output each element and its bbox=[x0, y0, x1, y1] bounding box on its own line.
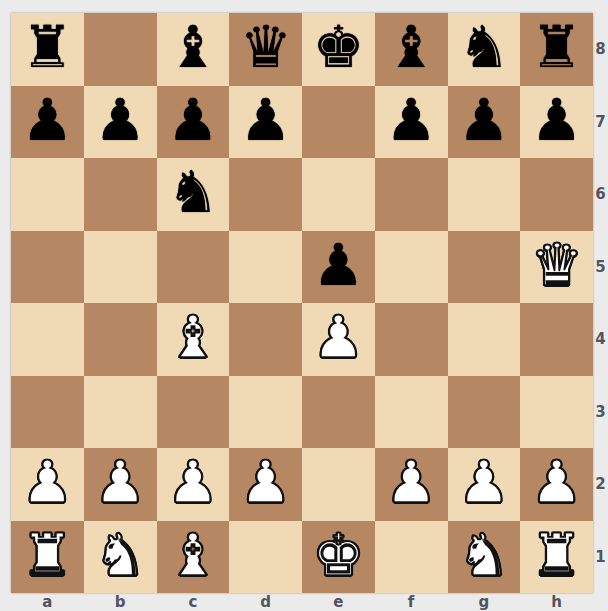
square-g7[interactable]: ♟ bbox=[448, 86, 521, 159]
piece-black-bishop[interactable]: ♝ bbox=[167, 18, 219, 76]
square-h1[interactable]: ♜ bbox=[520, 521, 593, 594]
square-h8[interactable]: ♜ bbox=[520, 13, 593, 86]
rank-label-3: 3 bbox=[593, 376, 608, 449]
square-b8[interactable] bbox=[84, 13, 157, 86]
piece-black-rook[interactable]: ♜ bbox=[531, 18, 583, 76]
square-a5[interactable] bbox=[11, 231, 84, 304]
square-g4[interactable] bbox=[448, 303, 521, 376]
square-c8[interactable]: ♝ bbox=[157, 13, 230, 86]
square-f4[interactable] bbox=[375, 303, 448, 376]
square-h7[interactable]: ♟ bbox=[520, 86, 593, 159]
piece-white-queen[interactable]: ♛ bbox=[531, 236, 583, 294]
square-c6[interactable]: ♞ bbox=[157, 158, 230, 231]
square-e3[interactable] bbox=[302, 376, 375, 449]
piece-white-pawn[interactable]: ♟ bbox=[240, 453, 292, 511]
square-c7[interactable]: ♟ bbox=[157, 86, 230, 159]
square-d3[interactable] bbox=[229, 376, 302, 449]
piece-black-pawn[interactable]: ♟ bbox=[531, 91, 583, 149]
rank-label-8: 8 bbox=[593, 13, 608, 86]
square-f5[interactable] bbox=[375, 231, 448, 304]
piece-white-rook[interactable]: ♜ bbox=[531, 526, 583, 584]
piece-black-pawn[interactable]: ♟ bbox=[385, 91, 437, 149]
square-d2[interactable]: ♟ bbox=[229, 448, 302, 521]
square-c5[interactable] bbox=[157, 231, 230, 304]
square-e5[interactable]: ♟ bbox=[302, 231, 375, 304]
square-g8[interactable]: ♞ bbox=[448, 13, 521, 86]
square-a6[interactable] bbox=[11, 158, 84, 231]
square-g3[interactable] bbox=[448, 376, 521, 449]
piece-black-pawn[interactable]: ♟ bbox=[240, 91, 292, 149]
square-b2[interactable]: ♟ bbox=[84, 448, 157, 521]
piece-white-pawn[interactable]: ♟ bbox=[385, 453, 437, 511]
square-d1[interactable] bbox=[229, 521, 302, 594]
square-a2[interactable]: ♟ bbox=[11, 448, 84, 521]
square-e6[interactable] bbox=[302, 158, 375, 231]
rank-label-4: 4 bbox=[593, 303, 608, 376]
piece-white-pawn[interactable]: ♟ bbox=[167, 453, 219, 511]
square-b1[interactable]: ♞ bbox=[84, 521, 157, 594]
square-c4[interactable]: ♝ bbox=[157, 303, 230, 376]
square-e4[interactable]: ♟ bbox=[302, 303, 375, 376]
square-d8[interactable]: ♛ bbox=[229, 13, 302, 86]
square-e1[interactable]: ♚ bbox=[302, 521, 375, 594]
rank-labels: 87654321 bbox=[593, 13, 608, 593]
piece-black-bishop[interactable]: ♝ bbox=[385, 18, 437, 76]
square-f8[interactable]: ♝ bbox=[375, 13, 448, 86]
file-label-c: c bbox=[157, 593, 230, 611]
square-a8[interactable]: ♜ bbox=[11, 13, 84, 86]
file-label-f: f bbox=[375, 593, 448, 611]
square-g1[interactable]: ♞ bbox=[448, 521, 521, 594]
piece-black-queen[interactable]: ♛ bbox=[240, 18, 292, 76]
square-b3[interactable] bbox=[84, 376, 157, 449]
piece-black-knight[interactable]: ♞ bbox=[167, 163, 219, 221]
piece-black-pawn[interactable]: ♟ bbox=[21, 91, 73, 149]
piece-white-pawn[interactable]: ♟ bbox=[531, 453, 583, 511]
square-a3[interactable] bbox=[11, 376, 84, 449]
rank-label-1: 1 bbox=[593, 521, 608, 594]
piece-black-pawn[interactable]: ♟ bbox=[312, 236, 364, 294]
file-labels: abcdefgh bbox=[11, 593, 593, 611]
rank-label-6: 6 bbox=[593, 158, 608, 231]
file-label-g: g bbox=[448, 593, 521, 611]
piece-white-king[interactable]: ♚ bbox=[312, 526, 364, 584]
square-e2[interactable] bbox=[302, 448, 375, 521]
square-a4[interactable] bbox=[11, 303, 84, 376]
piece-white-pawn[interactable]: ♟ bbox=[21, 453, 73, 511]
rank-label-7: 7 bbox=[593, 86, 608, 159]
piece-black-king[interactable]: ♚ bbox=[312, 18, 364, 76]
square-d5[interactable] bbox=[229, 231, 302, 304]
square-f7[interactable]: ♟ bbox=[375, 86, 448, 159]
square-d4[interactable] bbox=[229, 303, 302, 376]
square-g2[interactable]: ♟ bbox=[448, 448, 521, 521]
square-b4[interactable] bbox=[84, 303, 157, 376]
square-f1[interactable] bbox=[375, 521, 448, 594]
square-a1[interactable]: ♜ bbox=[11, 521, 84, 594]
rank-label-5: 5 bbox=[593, 231, 608, 304]
square-f3[interactable] bbox=[375, 376, 448, 449]
square-g6[interactable] bbox=[448, 158, 521, 231]
piece-white-knight[interactable]: ♞ bbox=[94, 526, 146, 584]
square-g5[interactable] bbox=[448, 231, 521, 304]
page-background: ♜♝♛♚♝♞♜♟♟♟♟♟♟♟♞♟♛♝♟♟♟♟♟♟♟♟♜♞♝♚♞♜ 8765432… bbox=[0, 0, 608, 611]
square-d7[interactable]: ♟ bbox=[229, 86, 302, 159]
square-h2[interactable]: ♟ bbox=[520, 448, 593, 521]
square-e7[interactable] bbox=[302, 86, 375, 159]
file-label-d: d bbox=[229, 593, 302, 611]
square-h5[interactable]: ♛ bbox=[520, 231, 593, 304]
square-c2[interactable]: ♟ bbox=[157, 448, 230, 521]
square-c3[interactable] bbox=[157, 376, 230, 449]
square-e8[interactable]: ♚ bbox=[302, 13, 375, 86]
piece-black-knight[interactable]: ♞ bbox=[458, 18, 510, 76]
square-h3[interactable] bbox=[520, 376, 593, 449]
piece-white-pawn[interactable]: ♟ bbox=[458, 453, 510, 511]
piece-white-pawn[interactable]: ♟ bbox=[312, 308, 364, 366]
square-f2[interactable]: ♟ bbox=[375, 448, 448, 521]
square-h4[interactable] bbox=[520, 303, 593, 376]
piece-black-rook[interactable]: ♜ bbox=[21, 18, 73, 76]
file-label-e: e bbox=[302, 593, 375, 611]
piece-white-rook[interactable]: ♜ bbox=[21, 526, 73, 584]
piece-white-pawn[interactable]: ♟ bbox=[94, 453, 146, 511]
piece-white-knight[interactable]: ♞ bbox=[458, 526, 510, 584]
file-label-h: h bbox=[520, 593, 593, 611]
file-label-b: b bbox=[84, 593, 157, 611]
piece-white-bishop[interactable]: ♝ bbox=[167, 308, 219, 366]
square-b5[interactable] bbox=[84, 231, 157, 304]
piece-white-bishop[interactable]: ♝ bbox=[167, 526, 219, 584]
rank-label-2: 2 bbox=[593, 448, 608, 521]
square-c1[interactable]: ♝ bbox=[157, 521, 230, 594]
piece-black-pawn[interactable]: ♟ bbox=[94, 91, 146, 149]
file-label-a: a bbox=[11, 593, 84, 611]
square-b7[interactable]: ♟ bbox=[84, 86, 157, 159]
chess-board: ♜♝♛♚♝♞♜♟♟♟♟♟♟♟♞♟♛♝♟♟♟♟♟♟♟♟♜♞♝♚♞♜ bbox=[11, 13, 593, 593]
piece-black-pawn[interactable]: ♟ bbox=[458, 91, 510, 149]
square-h6[interactable] bbox=[520, 158, 593, 231]
square-d6[interactable] bbox=[229, 158, 302, 231]
square-f6[interactable] bbox=[375, 158, 448, 231]
piece-black-pawn[interactable]: ♟ bbox=[167, 91, 219, 149]
square-a7[interactable]: ♟ bbox=[11, 86, 84, 159]
square-b6[interactable] bbox=[84, 158, 157, 231]
